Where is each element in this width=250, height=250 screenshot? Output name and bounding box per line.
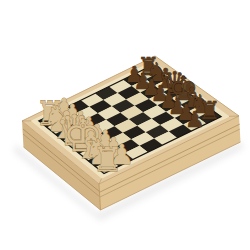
wooden-chess-set-photo: ♜♞♟♝♟♛♟♚♟♝♟♞♟♟♜♟♟♜♟♟♞♟♝♟♛♟♚♟♝♟♞♜ (0, 0, 250, 250)
piece-black-pawn-h7: ♟ (185, 107, 205, 132)
piece-white-rook-h1: ♜ (92, 140, 122, 179)
chess-scene: ♜♞♟♝♟♛♟♚♟♝♟♞♟♟♜♟♟♜♟♟♞♟♝♟♛♟♚♟♝♟♞♜ (0, 0, 250, 250)
